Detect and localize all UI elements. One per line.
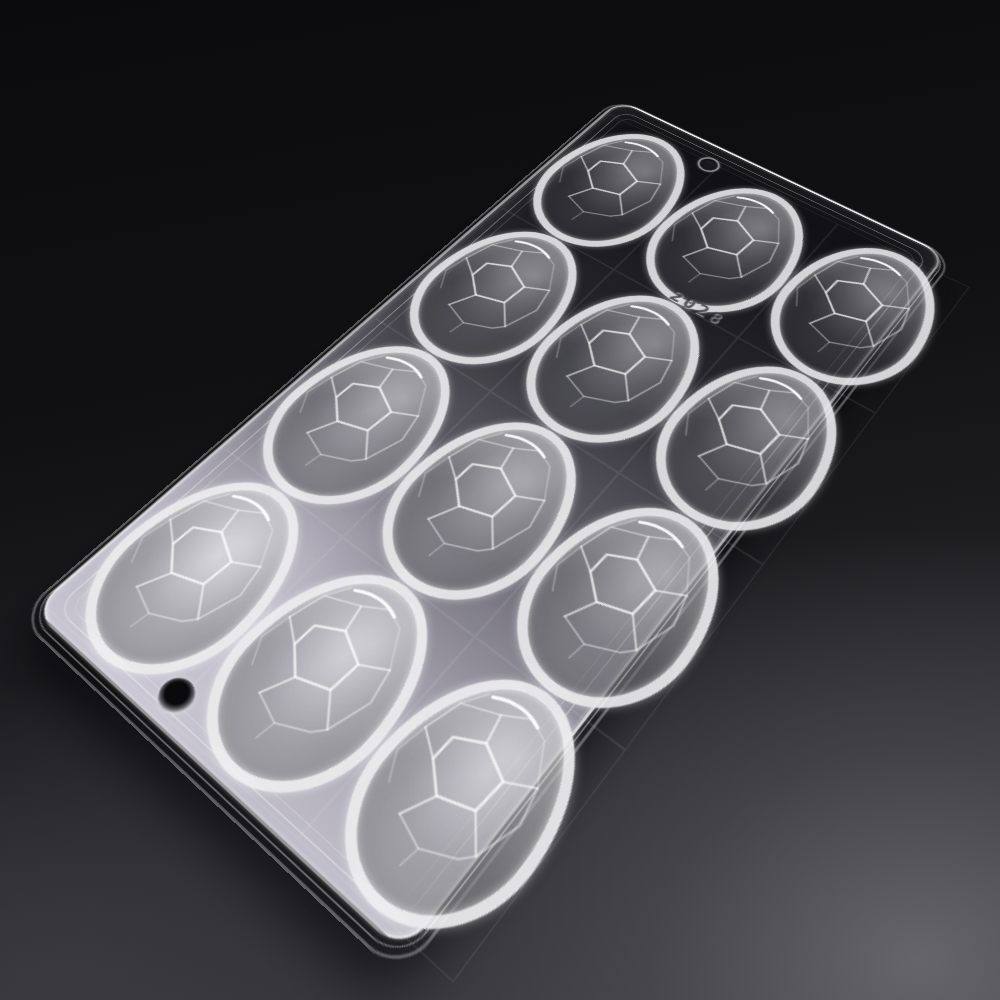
photo-canvas: { "scene": { "type": "product-photo", "s… — [0, 0, 1000, 1000]
mold-plate: 2028 — [32, 100, 947, 955]
chocolate-mold: 2028 — [32, 100, 947, 955]
